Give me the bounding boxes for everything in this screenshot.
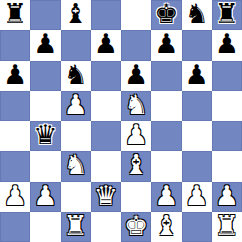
white-rook-piece[interactable]: ♜ <box>64 212 88 241</box>
square-a1[interactable] <box>0 212 30 242</box>
square-e2[interactable] <box>121 182 151 212</box>
square-b4[interactable]: ♛ <box>30 121 60 151</box>
square-b7[interactable]: ♟ <box>30 30 60 60</box>
white-pawn-piece[interactable]: ♟ <box>124 121 148 150</box>
black-pawn-piece[interactable]: ♟ <box>185 61 209 90</box>
white-queen-piece[interactable]: ♛ <box>94 182 118 211</box>
square-f5[interactable] <box>151 91 181 121</box>
black-pawn-piece[interactable]: ♟ <box>215 30 239 59</box>
black-bishop-piece[interactable]: ♝ <box>64 0 88 29</box>
square-c4[interactable] <box>61 121 91 151</box>
white-pawn-piece[interactable]: ♟ <box>154 182 178 211</box>
white-bishop-piece[interactable]: ♝ <box>124 151 148 180</box>
square-f1[interactable]: ♝ <box>151 212 181 242</box>
white-pawn-piece[interactable]: ♟ <box>185 182 209 211</box>
square-g2[interactable]: ♟ <box>182 182 212 212</box>
square-b5[interactable] <box>30 91 60 121</box>
black-knight-piece[interactable]: ♞ <box>185 0 209 29</box>
square-e1[interactable]: ♚ <box>121 212 151 242</box>
square-e3[interactable]: ♝ <box>121 151 151 181</box>
square-d5[interactable] <box>91 91 121 121</box>
square-b6[interactable] <box>30 61 60 91</box>
square-b3[interactable] <box>30 151 60 181</box>
square-h6[interactable] <box>212 61 242 91</box>
square-a6[interactable]: ♟ <box>0 61 30 91</box>
black-knight-piece[interactable]: ♞ <box>64 61 88 90</box>
square-g6[interactable]: ♟ <box>182 61 212 91</box>
square-d3[interactable] <box>91 151 121 181</box>
square-b2[interactable]: ♟ <box>30 182 60 212</box>
square-f2[interactable]: ♟ <box>151 182 181 212</box>
square-c5[interactable]: ♟ <box>61 91 91 121</box>
square-a3[interactable] <box>0 151 30 181</box>
white-knight-piece[interactable]: ♞ <box>64 151 88 180</box>
white-bishop-piece[interactable]: ♝ <box>154 212 178 241</box>
white-king-piece[interactable]: ♚ <box>124 212 148 241</box>
square-a5[interactable] <box>0 91 30 121</box>
square-d4[interactable] <box>91 121 121 151</box>
black-pawn-piece[interactable]: ♟ <box>3 61 27 90</box>
square-g5[interactable] <box>182 91 212 121</box>
square-a2[interactable]: ♟ <box>0 182 30 212</box>
square-f8[interactable]: ♚ <box>151 0 181 30</box>
square-b8[interactable] <box>30 0 60 30</box>
square-c1[interactable]: ♜ <box>61 212 91 242</box>
square-d7[interactable]: ♟ <box>91 30 121 60</box>
square-a4[interactable] <box>0 121 30 151</box>
square-h7[interactable]: ♟ <box>212 30 242 60</box>
square-f6[interactable] <box>151 61 181 91</box>
white-knight-piece[interactable]: ♞ <box>124 91 148 120</box>
square-e7[interactable] <box>121 30 151 60</box>
white-pawn-piece[interactable]: ♟ <box>3 182 27 211</box>
square-e5[interactable]: ♞ <box>121 91 151 121</box>
square-g4[interactable] <box>182 121 212 151</box>
square-d1[interactable] <box>91 212 121 242</box>
square-f4[interactable] <box>151 121 181 151</box>
square-e6[interactable]: ♟ <box>121 61 151 91</box>
square-d2[interactable]: ♛ <box>91 182 121 212</box>
white-rook-piece[interactable]: ♜ <box>215 212 239 241</box>
square-c6[interactable]: ♞ <box>61 61 91 91</box>
square-d6[interactable] <box>91 61 121 91</box>
black-pawn-piece[interactable]: ♟ <box>33 30 57 59</box>
square-h2[interactable]: ♟ <box>212 182 242 212</box>
square-h4[interactable] <box>212 121 242 151</box>
square-g1[interactable] <box>182 212 212 242</box>
square-c3[interactable]: ♞ <box>61 151 91 181</box>
square-g7[interactable] <box>182 30 212 60</box>
black-king-piece[interactable]: ♚ <box>154 0 178 29</box>
square-c7[interactable] <box>61 30 91 60</box>
black-rook-piece[interactable]: ♜ <box>3 0 27 29</box>
square-h8[interactable]: ♜ <box>212 0 242 30</box>
square-b1[interactable] <box>30 212 60 242</box>
black-pawn-piece[interactable]: ♟ <box>94 30 118 59</box>
square-e8[interactable] <box>121 0 151 30</box>
black-pawn-piece[interactable]: ♟ <box>124 61 148 90</box>
white-pawn-piece[interactable]: ♟ <box>215 182 239 211</box>
square-f3[interactable] <box>151 151 181 181</box>
square-g3[interactable] <box>182 151 212 181</box>
square-e4[interactable]: ♟ <box>121 121 151 151</box>
black-queen-piece[interactable]: ♛ <box>33 121 57 150</box>
square-f7[interactable]: ♟ <box>151 30 181 60</box>
square-a7[interactable] <box>0 30 30 60</box>
chess-board: ♜♝♚♞♜♟♟♟♟♟♞♟♟♟♞♛♟♞♝♟♟♛♟♟♟♜♚♝♜ <box>0 0 242 242</box>
square-h1[interactable]: ♜ <box>212 212 242 242</box>
square-c8[interactable]: ♝ <box>61 0 91 30</box>
square-h5[interactable] <box>212 91 242 121</box>
square-h3[interactable] <box>212 151 242 181</box>
square-c2[interactable] <box>61 182 91 212</box>
square-d8[interactable] <box>91 0 121 30</box>
black-rook-piece[interactable]: ♜ <box>215 0 239 29</box>
white-pawn-piece[interactable]: ♟ <box>33 182 57 211</box>
square-a8[interactable]: ♜ <box>0 0 30 30</box>
white-pawn-piece[interactable]: ♟ <box>64 91 88 120</box>
square-g8[interactable]: ♞ <box>182 0 212 30</box>
black-pawn-piece[interactable]: ♟ <box>154 30 178 59</box>
